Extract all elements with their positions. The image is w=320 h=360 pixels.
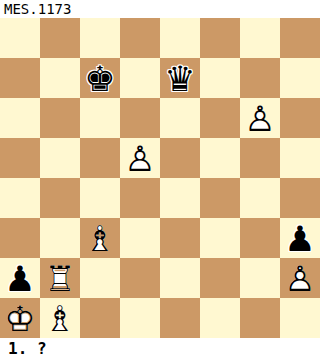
square-d5[interactable]: ♟♙	[120, 138, 160, 178]
piece-white-king: ♚♔	[0, 298, 40, 338]
piece-outline-layer: ♖	[40, 258, 80, 298]
square-g3[interactable]	[240, 218, 280, 258]
piece-white-pawn: ♟♙	[240, 98, 280, 138]
piece-glyph: ♚	[80, 58, 120, 98]
square-b2[interactable]: ♜♖	[40, 258, 80, 298]
square-h8[interactable]	[280, 18, 320, 58]
square-f3[interactable]	[200, 218, 240, 258]
piece-glyph: ♟	[0, 258, 40, 298]
square-g1[interactable]	[240, 298, 280, 338]
square-g6[interactable]: ♟♙	[240, 98, 280, 138]
square-g5[interactable]	[240, 138, 280, 178]
square-f2[interactable]	[200, 258, 240, 298]
square-g7[interactable]	[240, 58, 280, 98]
square-a4[interactable]	[0, 178, 40, 218]
square-g8[interactable]	[240, 18, 280, 58]
square-h7[interactable]	[280, 58, 320, 98]
square-c8[interactable]	[80, 18, 120, 58]
piece-outline-layer: ♙	[120, 138, 160, 178]
square-f8[interactable]	[200, 18, 240, 58]
square-d4[interactable]	[120, 178, 160, 218]
square-h3[interactable]: ♟	[280, 218, 320, 258]
piece-outline-layer: ♔	[0, 298, 40, 338]
piece-black-pawn: ♟	[0, 258, 40, 298]
chess-board: ♚♛♟♙♟♙♝♗♟♟♜♖♟♙♚♔♝♗	[0, 18, 320, 338]
square-h6[interactable]	[280, 98, 320, 138]
piece-black-queen: ♛	[160, 58, 200, 98]
square-b4[interactable]	[40, 178, 80, 218]
square-b3[interactable]	[40, 218, 80, 258]
square-e7[interactable]: ♛	[160, 58, 200, 98]
square-a6[interactable]	[0, 98, 40, 138]
square-a2[interactable]: ♟	[0, 258, 40, 298]
square-d7[interactable]	[120, 58, 160, 98]
square-b6[interactable]	[40, 98, 80, 138]
square-e5[interactable]	[160, 138, 200, 178]
square-c3[interactable]: ♝♗	[80, 218, 120, 258]
piece-outline-layer: ♗	[80, 218, 120, 258]
square-b8[interactable]	[40, 18, 80, 58]
piece-glyph: ♟	[280, 218, 320, 258]
square-c2[interactable]	[80, 258, 120, 298]
chess-diagram-page: MES.1173 ♚♛♟♙♟♙♝♗♟♟♜♖♟♙♚♔♝♗ 1. ?	[0, 0, 320, 360]
square-a1[interactable]: ♚♔	[0, 298, 40, 338]
square-e3[interactable]	[160, 218, 200, 258]
square-f4[interactable]	[200, 178, 240, 218]
piece-black-king: ♚	[80, 58, 120, 98]
square-g4[interactable]	[240, 178, 280, 218]
square-e2[interactable]	[160, 258, 200, 298]
square-d1[interactable]	[120, 298, 160, 338]
piece-outline-layer: ♙	[280, 258, 320, 298]
piece-black-pawn: ♟	[280, 218, 320, 258]
square-c6[interactable]	[80, 98, 120, 138]
piece-outline-layer: ♙	[240, 98, 280, 138]
piece-outline-layer: ♗	[40, 298, 80, 338]
square-e6[interactable]	[160, 98, 200, 138]
piece-white-bishop: ♝♗	[40, 298, 80, 338]
square-b1[interactable]: ♝♗	[40, 298, 80, 338]
square-f5[interactable]	[200, 138, 240, 178]
square-a8[interactable]	[0, 18, 40, 58]
piece-glyph: ♛	[160, 58, 200, 98]
square-d2[interactable]	[120, 258, 160, 298]
piece-white-rook: ♜♖	[40, 258, 80, 298]
square-e8[interactable]	[160, 18, 200, 58]
square-h2[interactable]: ♟♙	[280, 258, 320, 298]
square-d3[interactable]	[120, 218, 160, 258]
square-a7[interactable]	[0, 58, 40, 98]
square-a3[interactable]	[0, 218, 40, 258]
piece-white-bishop: ♝♗	[80, 218, 120, 258]
square-b5[interactable]	[40, 138, 80, 178]
square-e1[interactable]	[160, 298, 200, 338]
square-f6[interactable]	[200, 98, 240, 138]
square-c4[interactable]	[80, 178, 120, 218]
square-c5[interactable]	[80, 138, 120, 178]
move-prompt: 1. ?	[0, 338, 320, 360]
square-h4[interactable]	[280, 178, 320, 218]
square-d6[interactable]	[120, 98, 160, 138]
square-f7[interactable]	[200, 58, 240, 98]
piece-white-pawn: ♟♙	[280, 258, 320, 298]
square-h5[interactable]	[280, 138, 320, 178]
square-c7[interactable]: ♚	[80, 58, 120, 98]
square-g2[interactable]	[240, 258, 280, 298]
square-h1[interactable]	[280, 298, 320, 338]
piece-white-pawn: ♟♙	[120, 138, 160, 178]
square-e4[interactable]	[160, 178, 200, 218]
square-c1[interactable]	[80, 298, 120, 338]
page-title: MES.1173	[0, 0, 320, 18]
square-f1[interactable]	[200, 298, 240, 338]
square-b7[interactable]	[40, 58, 80, 98]
square-d8[interactable]	[120, 18, 160, 58]
square-a5[interactable]	[0, 138, 40, 178]
